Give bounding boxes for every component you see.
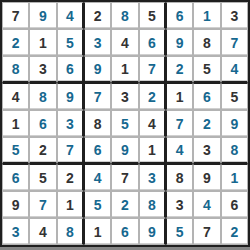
sudoku-cell-r3c3[interactable]: 6 xyxy=(57,56,84,83)
sudoku-cell-r2c5[interactable]: 4 xyxy=(111,29,138,56)
sudoku-cell-r9c2[interactable]: 4 xyxy=(29,218,56,245)
sudoku-cell-r6c7[interactable]: 4 xyxy=(166,137,193,164)
sudoku-cell-r2c7[interactable]: 9 xyxy=(166,29,193,56)
sudoku-cell-r1c4[interactable]: 2 xyxy=(84,2,111,29)
sudoku-cell-r2c6[interactable]: 6 xyxy=(139,29,166,56)
sudoku-cell-r1c2[interactable]: 9 xyxy=(29,2,56,29)
sudoku-cell-r8c7[interactable]: 3 xyxy=(166,191,193,218)
sudoku-cell-r6c3[interactable]: 7 xyxy=(57,137,84,164)
sudoku-cell-r1c6[interactable]: 5 xyxy=(139,2,166,29)
sudoku-cell-r7c9[interactable]: 1 xyxy=(221,164,248,191)
sudoku-cell-r5c4[interactable]: 8 xyxy=(84,110,111,137)
sudoku-cell-r4c8[interactable]: 6 xyxy=(193,83,220,110)
sudoku-board: 7942856132153469878369172544897321651638… xyxy=(0,0,250,247)
sudoku-cell-r7c2[interactable]: 5 xyxy=(29,164,56,191)
sudoku-cell-r8c8[interactable]: 4 xyxy=(193,191,220,218)
sudoku-cell-r9c4[interactable]: 1 xyxy=(84,218,111,245)
sudoku-cell-r4c5[interactable]: 3 xyxy=(111,83,138,110)
sudoku-cell-r1c5[interactable]: 8 xyxy=(111,2,138,29)
sudoku-cell-r6c5[interactable]: 9 xyxy=(111,137,138,164)
sudoku-cell-r1c8[interactable]: 1 xyxy=(193,2,220,29)
sudoku-cell-r1c3[interactable]: 4 xyxy=(57,2,84,29)
sudoku-cell-r8c5[interactable]: 2 xyxy=(111,191,138,218)
sudoku-cell-r5c5[interactable]: 5 xyxy=(111,110,138,137)
sudoku-cell-r8c6[interactable]: 8 xyxy=(139,191,166,218)
sudoku-cell-r9c9[interactable]: 2 xyxy=(221,218,248,245)
sudoku-cell-r2c8[interactable]: 8 xyxy=(193,29,220,56)
sudoku-cell-r5c7[interactable]: 7 xyxy=(166,110,193,137)
sudoku-cell-r5c9[interactable]: 9 xyxy=(221,110,248,137)
sudoku-cell-r3c8[interactable]: 5 xyxy=(193,56,220,83)
sudoku-cell-r8c1[interactable]: 9 xyxy=(2,191,29,218)
sudoku-cell-r5c3[interactable]: 3 xyxy=(57,110,84,137)
sudoku-cell-r2c1[interactable]: 2 xyxy=(2,29,29,56)
sudoku-cell-r7c6[interactable]: 3 xyxy=(139,164,166,191)
sudoku-cell-r1c9[interactable]: 3 xyxy=(221,2,248,29)
sudoku-cell-r3c7[interactable]: 2 xyxy=(166,56,193,83)
sudoku-cell-r6c9[interactable]: 8 xyxy=(221,137,248,164)
sudoku-cell-r9c7[interactable]: 5 xyxy=(166,218,193,245)
sudoku-cell-r8c4[interactable]: 5 xyxy=(84,191,111,218)
sudoku-cell-r4c2[interactable]: 8 xyxy=(29,83,56,110)
sudoku-cell-r7c5[interactable]: 7 xyxy=(111,164,138,191)
sudoku-cell-r7c8[interactable]: 9 xyxy=(193,164,220,191)
sudoku-cell-r3c4[interactable]: 9 xyxy=(84,56,111,83)
sudoku-cell-r9c3[interactable]: 8 xyxy=(57,218,84,245)
sudoku-cell-r9c5[interactable]: 6 xyxy=(111,218,138,245)
sudoku-cell-r9c1[interactable]: 3 xyxy=(2,218,29,245)
sudoku-cell-r6c8[interactable]: 3 xyxy=(193,137,220,164)
sudoku-cell-r5c8[interactable]: 2 xyxy=(193,110,220,137)
sudoku-cell-r8c2[interactable]: 7 xyxy=(29,191,56,218)
sudoku-cell-r5c1[interactable]: 1 xyxy=(2,110,29,137)
sudoku-cell-r8c3[interactable]: 1 xyxy=(57,191,84,218)
sudoku-cell-r7c1[interactable]: 6 xyxy=(2,164,29,191)
sudoku-cell-r4c3[interactable]: 9 xyxy=(57,83,84,110)
sudoku-cell-r4c4[interactable]: 7 xyxy=(84,83,111,110)
sudoku-cell-r3c5[interactable]: 1 xyxy=(111,56,138,83)
sudoku-cell-r7c4[interactable]: 4 xyxy=(84,164,111,191)
sudoku-cell-r5c2[interactable]: 6 xyxy=(29,110,56,137)
sudoku-cell-r7c7[interactable]: 8 xyxy=(166,164,193,191)
sudoku-cell-r2c4[interactable]: 3 xyxy=(84,29,111,56)
sudoku-cell-r8c9[interactable]: 6 xyxy=(221,191,248,218)
sudoku-cell-r6c1[interactable]: 5 xyxy=(2,137,29,164)
sudoku-cell-r6c2[interactable]: 2 xyxy=(29,137,56,164)
sudoku-cell-r4c7[interactable]: 1 xyxy=(166,83,193,110)
sudoku-cell-r3c9[interactable]: 4 xyxy=(221,56,248,83)
sudoku-cell-r1c7[interactable]: 6 xyxy=(166,2,193,29)
sudoku-cell-r7c3[interactable]: 2 xyxy=(57,164,84,191)
sudoku-cell-r4c9[interactable]: 5 xyxy=(221,83,248,110)
sudoku-cell-r5c6[interactable]: 4 xyxy=(139,110,166,137)
sudoku-cell-r1c1[interactable]: 7 xyxy=(2,2,29,29)
sudoku-cell-r9c6[interactable]: 9 xyxy=(139,218,166,245)
sudoku-cell-r9c8[interactable]: 7 xyxy=(193,218,220,245)
sudoku-cell-r3c1[interactable]: 8 xyxy=(2,56,29,83)
sudoku-cell-r6c6[interactable]: 1 xyxy=(139,137,166,164)
sudoku-cell-r2c9[interactable]: 7 xyxy=(221,29,248,56)
sudoku-cell-r4c6[interactable]: 2 xyxy=(139,83,166,110)
sudoku-cell-r3c2[interactable]: 3 xyxy=(29,56,56,83)
sudoku-cell-r6c4[interactable]: 6 xyxy=(84,137,111,164)
sudoku-cell-r4c1[interactable]: 4 xyxy=(2,83,29,110)
sudoku-cell-r2c2[interactable]: 1 xyxy=(29,29,56,56)
sudoku-cell-r2c3[interactable]: 5 xyxy=(57,29,84,56)
sudoku-cell-r3c6[interactable]: 7 xyxy=(139,56,166,83)
